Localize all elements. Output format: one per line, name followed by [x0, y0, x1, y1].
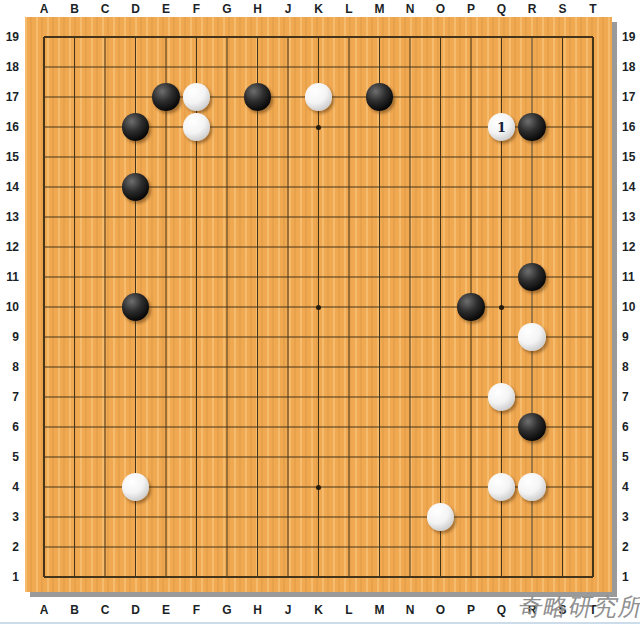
coordinate-label: 2 — [12, 541, 19, 553]
coordinate-label: N — [406, 3, 415, 15]
coordinate-label: 18 — [6, 61, 19, 73]
row-labels-left: 19181716151413121110987654321 — [0, 22, 22, 592]
coordinate-label: 17 — [6, 91, 19, 103]
coordinate-label: M — [375, 604, 385, 616]
white-stone-d4 — [122, 473, 150, 501]
black-stone-d10 — [122, 293, 150, 321]
white-stone-o3 — [427, 503, 455, 531]
white-stone-q4 — [488, 473, 516, 501]
coordinate-label: 15 — [6, 151, 19, 163]
coordinate-label: O — [436, 3, 445, 15]
coordinate-label: 1 — [12, 571, 19, 583]
white-stone-f16 — [183, 113, 211, 141]
coordinate-label: R — [528, 3, 537, 15]
coordinate-label: K — [314, 604, 323, 616]
white-stone-q7 — [488, 383, 516, 411]
coordinate-label: 14 — [6, 181, 19, 193]
coordinate-label: 16 — [622, 121, 635, 133]
coordinate-label: J — [285, 604, 292, 616]
coordinate-label: 5 — [12, 451, 19, 463]
column-labels-top: ABCDEFGHJKLMNOPQRST — [29, 0, 609, 17]
white-stone-f17 — [183, 83, 211, 111]
coordinate-label: L — [345, 604, 352, 616]
coordinate-label: 14 — [622, 181, 635, 193]
star-point-k16 — [316, 125, 321, 130]
coordinate-label: 7 — [12, 391, 19, 403]
coordinate-label: N — [406, 604, 415, 616]
coordinate-label: 8 — [12, 361, 19, 373]
coordinate-label: 8 — [622, 361, 629, 373]
coordinate-label: C — [101, 604, 110, 616]
coordinate-label: G — [222, 3, 231, 15]
black-stone-r16 — [518, 113, 546, 141]
coordinate-label: C — [101, 3, 110, 15]
coordinate-label: P — [467, 3, 475, 15]
go-board: 1 — [25, 17, 612, 592]
coordinate-label: 15 — [622, 151, 635, 163]
coordinate-label: 3 — [12, 511, 19, 523]
coordinate-label: E — [162, 3, 170, 15]
stones-grid: 1 — [29, 22, 609, 592]
star-point-k4 — [316, 485, 321, 490]
white-stone-k17 — [305, 83, 333, 111]
coordinate-label: H — [253, 3, 262, 15]
watermark-text: 奇略研究所 — [516, 591, 640, 623]
coordinate-label: A — [40, 604, 49, 616]
coordinate-label: A — [40, 3, 49, 15]
coordinate-label: B — [70, 3, 79, 15]
coordinate-label: P — [467, 604, 475, 616]
coordinate-label: 10 — [622, 301, 635, 313]
coordinate-label: Q — [497, 3, 506, 15]
coordinate-label: D — [131, 604, 140, 616]
star-point-q10 — [499, 305, 504, 310]
coordinate-label: 1 — [622, 571, 629, 583]
coordinate-label: 11 — [622, 271, 635, 283]
coordinate-label: K — [314, 3, 323, 15]
coordinate-label: J — [285, 3, 292, 15]
coordinate-label: M — [375, 3, 385, 15]
coordinate-label: 17 — [622, 91, 635, 103]
coordinate-label: F — [193, 3, 200, 15]
coordinate-label: 4 — [12, 481, 19, 493]
coordinate-label: 10 — [6, 301, 19, 313]
coordinate-label: D — [131, 3, 140, 15]
coordinate-label: 19 — [622, 31, 635, 43]
coordinate-label: 4 — [622, 481, 629, 493]
coordinate-label: 7 — [622, 391, 629, 403]
coordinate-label: 9 — [622, 331, 629, 343]
coordinate-label: 6 — [12, 421, 19, 433]
coordinate-label: Q — [497, 604, 506, 616]
row-labels-right: 19181716151413121110987654321 — [619, 22, 640, 592]
coordinate-label: B — [70, 604, 79, 616]
coordinate-label: 9 — [12, 331, 19, 343]
coordinate-label: 12 — [6, 241, 19, 253]
move-number-label: 1 — [497, 121, 506, 134]
black-stone-h17 — [244, 83, 272, 111]
coordinate-label: 13 — [6, 211, 19, 223]
star-point-k10 — [316, 305, 321, 310]
coordinate-label: 3 — [622, 511, 629, 523]
black-stone-r6 — [518, 413, 546, 441]
black-stone-m17 — [366, 83, 394, 111]
coordinate-label: E — [162, 604, 170, 616]
white-stone-r4 — [518, 473, 546, 501]
white-stone-r9 — [518, 323, 546, 351]
go-board-diagram: ABCDEFGHJKLMNOPQRST ABCDEFGHJKLMNOPQRST … — [0, 0, 640, 624]
black-stone-d14 — [122, 173, 150, 201]
coordinate-label: 2 — [622, 541, 629, 553]
coordinate-label: O — [436, 604, 445, 616]
coordinate-label: H — [253, 604, 262, 616]
coordinate-label: 11 — [6, 271, 19, 283]
coordinate-label: 16 — [6, 121, 19, 133]
white-stone-q16: 1 — [488, 113, 516, 141]
coordinate-label: L — [345, 3, 352, 15]
coordinate-label: 13 — [622, 211, 635, 223]
coordinate-label: 18 — [622, 61, 635, 73]
black-stone-r11 — [518, 263, 546, 291]
coordinate-label: S — [558, 3, 566, 15]
black-stone-d16 — [122, 113, 150, 141]
coordinate-label: 5 — [622, 451, 629, 463]
coordinate-label: T — [589, 3, 596, 15]
coordinate-label: 12 — [622, 241, 635, 253]
coordinate-label: F — [193, 604, 200, 616]
black-stone-p10 — [457, 293, 485, 321]
coordinate-label: 19 — [6, 31, 19, 43]
coordinate-label: 6 — [622, 421, 629, 433]
black-stone-e17 — [152, 83, 180, 111]
coordinate-label: G — [222, 604, 231, 616]
